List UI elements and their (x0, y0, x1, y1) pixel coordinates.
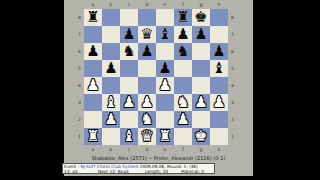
rank-label-8: 8 (229, 9, 236, 26)
rank-label-5: 5 (76, 60, 83, 77)
black-rook: ♜ (176, 9, 189, 26)
square-h7[interactable] (210, 26, 228, 43)
square-g3[interactable]: ♟ (192, 94, 210, 111)
white-pawn: ♟ (212, 94, 225, 111)
file-label-g: g (192, 2, 210, 8)
square-e2[interactable] (156, 111, 174, 128)
square-c3[interactable]: ♟ (120, 94, 138, 111)
square-e4[interactable]: ♟ (156, 77, 174, 94)
white-pawn: ♟ (194, 94, 207, 111)
square-d3[interactable]: ♟ (138, 94, 156, 111)
white-pawn: ♟ (176, 111, 189, 128)
white-rook: ♜ (158, 128, 171, 145)
square-c4[interactable] (120, 77, 138, 94)
square-g6[interactable] (192, 43, 210, 60)
square-h3[interactable]: ♟ (210, 94, 228, 111)
square-b7[interactable] (102, 26, 120, 43)
file-label-e: e (156, 147, 174, 153)
file-label-d: d (138, 2, 156, 8)
file-label-b: b (102, 2, 120, 8)
current-move: 13. g4 (64, 169, 98, 174)
black-knight: ♞ (176, 43, 189, 60)
black-rook: ♜ (86, 9, 99, 26)
square-a2[interactable] (84, 111, 102, 128)
rank-label-2: 2 (229, 111, 236, 128)
file-label-h: h (210, 147, 228, 153)
square-b6[interactable] (102, 43, 120, 60)
square-b4[interactable] (102, 77, 120, 94)
square-c5[interactable] (120, 60, 138, 77)
file-label-d: d (138, 147, 156, 153)
black-pawn: ♟ (176, 26, 189, 43)
black-king: ♚ (194, 9, 207, 26)
rank-label-3: 3 (229, 94, 236, 111)
white-bishop: ♝ (122, 128, 135, 145)
square-e8[interactable] (156, 9, 174, 26)
black-pawn: ♟ (86, 43, 99, 60)
rank-labels-left: 87654321 (76, 9, 83, 145)
square-f2[interactable]: ♟ (174, 111, 192, 128)
square-f7[interactable]: ♟ (174, 26, 192, 43)
square-h2[interactable] (210, 111, 228, 128)
black-bishop: ♝ (212, 60, 225, 77)
square-b5[interactable]: ♟ (102, 60, 120, 77)
square-g4[interactable] (192, 77, 210, 94)
file-labels-top: abcdefgh (84, 2, 228, 8)
white-king: ♚ (194, 128, 207, 145)
square-g1[interactable]: ♚ (192, 128, 210, 145)
square-e7[interactable]: ♝ (156, 26, 174, 43)
rank-label-7: 7 (76, 26, 83, 43)
square-e5[interactable]: ♟ (156, 60, 174, 77)
square-g8[interactable]: ♚ (192, 9, 210, 26)
square-a1[interactable]: ♜ (84, 128, 102, 145)
material-balance: Material: 0 (181, 169, 213, 174)
square-c2[interactable] (120, 111, 138, 128)
square-a3[interactable] (84, 94, 102, 111)
white-pawn: ♟ (86, 77, 99, 94)
video-frame: abcdefgh 87654321 ♜♜♚♟♛♝♟♟♟♞♟♞♟♟♟♝♟♟♝♟♟♞… (0, 0, 320, 180)
square-a7[interactable] (84, 26, 102, 43)
file-label-h: h (210, 2, 228, 8)
file-label-c: c (120, 2, 138, 8)
white-knight: ♞ (140, 111, 153, 128)
square-d2[interactable]: ♞ (138, 111, 156, 128)
square-d5[interactable] (138, 60, 156, 77)
square-h1[interactable] (210, 128, 228, 145)
square-e3[interactable] (156, 94, 174, 111)
square-e1[interactable]: ♜ (156, 128, 174, 145)
rank-label-6: 6 (229, 43, 236, 60)
square-f4[interactable] (174, 77, 192, 94)
square-h6[interactable]: ♟ (210, 43, 228, 60)
square-f8[interactable]: ♜ (174, 9, 192, 26)
white-pawn: ♟ (122, 94, 135, 111)
rank-label-1: 1 (76, 128, 83, 145)
chess-board: ♜♜♚♟♛♝♟♟♟♞♟♞♟♟♟♝♟♟♝♟♟♞♟♟♟♞♟♜♝♛♜♚ (84, 9, 228, 145)
white-knight: ♞ (176, 94, 189, 111)
square-d6[interactable]: ♟ (138, 43, 156, 60)
white-bishop: ♝ (104, 94, 117, 111)
square-d1[interactable]: ♛ (138, 128, 156, 145)
white-rook: ♜ (86, 128, 99, 145)
square-f3[interactable]: ♞ (174, 94, 192, 111)
square-c7[interactable]: ♟ (120, 26, 138, 43)
rank-labels-right: 87654321 (229, 9, 236, 145)
file-label-e: e (156, 2, 174, 8)
game-length: Length: 33 (145, 169, 181, 174)
square-f5[interactable] (174, 60, 192, 77)
square-a5[interactable] (84, 60, 102, 77)
square-a4[interactable]: ♟ (84, 77, 102, 94)
square-c6[interactable]: ♞ (120, 43, 138, 60)
black-pawn: ♟ (158, 60, 171, 77)
rank-label-6: 6 (76, 43, 83, 60)
move-line: 13. g4 Next 13: Bxg4 Length: 33 Material… (64, 169, 213, 174)
file-label-a: a (84, 2, 102, 8)
square-b8[interactable] (102, 9, 120, 26)
white-pawn: ♟ (140, 94, 153, 111)
black-pawn: ♟ (212, 43, 225, 60)
black-pawn: ♟ (122, 26, 135, 43)
rank-label-1: 1 (229, 128, 236, 145)
square-c1[interactable]: ♝ (120, 128, 138, 145)
square-a8[interactable]: ♜ (84, 9, 102, 26)
white-pawn: ♟ (104, 111, 117, 128)
black-pawn: ♟ (140, 43, 153, 60)
game-info-box: Event : NJ KofT Chess Club System 2009.0… (62, 163, 215, 174)
square-h8[interactable] (210, 9, 228, 26)
square-b1[interactable] (102, 128, 120, 145)
square-f1[interactable] (174, 128, 192, 145)
square-f6[interactable]: ♞ (174, 43, 192, 60)
square-g2[interactable] (192, 111, 210, 128)
square-d4[interactable] (138, 77, 156, 94)
rank-label-2: 2 (76, 111, 83, 128)
square-a6[interactable]: ♟ (84, 43, 102, 60)
black-knight: ♞ (122, 43, 135, 60)
file-label-c: c (120, 147, 138, 153)
square-g7[interactable]: ♟ (192, 26, 210, 43)
square-d7[interactable]: ♛ (138, 26, 156, 43)
black-bishop: ♝ (158, 26, 171, 43)
black-queen: ♛ (140, 26, 153, 43)
rank-label-3: 3 (76, 94, 83, 111)
rank-label-8: 8 (76, 9, 83, 26)
square-e6[interactable] (156, 43, 174, 60)
square-b3[interactable]: ♝ (102, 94, 120, 111)
chess-viewer-panel: abcdefgh 87654321 ♜♜♚♟♛♝♟♟♟♞♟♞♟♟♟♝♟♟♝♟♟♞… (64, 0, 253, 176)
black-pawn: ♟ (194, 26, 207, 43)
rank-label-7: 7 (229, 26, 236, 43)
white-queen: ♛ (140, 128, 153, 145)
rank-label-4: 4 (229, 77, 236, 94)
square-b2[interactable]: ♟ (102, 111, 120, 128)
rank-label-4: 4 (76, 77, 83, 94)
square-g5[interactable] (192, 60, 210, 77)
square-h4[interactable] (210, 77, 228, 94)
white-pawn: ♟ (158, 77, 171, 94)
rank-label-5: 5 (229, 60, 236, 77)
game-title: Shabalov, Alex (2571) -- Prolte, Alexand… (64, 155, 253, 162)
file-label-b: b (102, 147, 120, 153)
next-move: Next 13: Bxg4 (98, 169, 145, 174)
file-label-f: f (174, 2, 192, 8)
square-d8[interactable] (138, 9, 156, 26)
file-label-g: g (192, 147, 210, 153)
black-pawn: ♟ (104, 60, 117, 77)
file-labels-bottom: abcdefgh (84, 147, 228, 153)
file-label-a: a (84, 147, 102, 153)
square-h5[interactable]: ♝ (210, 60, 228, 77)
file-label-f: f (174, 147, 192, 153)
square-c8[interactable] (120, 9, 138, 26)
